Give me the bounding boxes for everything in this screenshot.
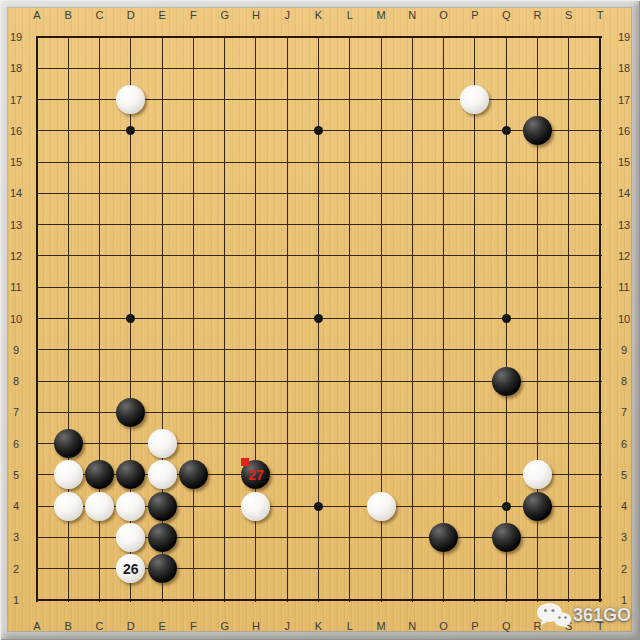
star-point (314, 126, 323, 135)
column-label-top: L (347, 9, 353, 21)
grid-horizontal-line (36, 224, 602, 225)
column-label-bottom: M (376, 620, 385, 632)
row-label-right: 5 (621, 469, 627, 481)
star-point (502, 126, 511, 135)
row-label-right: 9 (621, 344, 627, 356)
row-label-left: 3 (13, 531, 19, 543)
column-label-bottom: B (65, 620, 72, 632)
row-label-right: 2 (621, 563, 627, 575)
column-label-bottom: C (96, 620, 104, 632)
grid-vertical-line (349, 36, 350, 602)
row-label-right: 12 (618, 250, 630, 262)
grid-vertical-line (287, 36, 288, 602)
column-label-top: J (284, 9, 290, 21)
black-stone[interactable] (523, 492, 552, 521)
column-label-top: B (65, 9, 72, 21)
grid-vertical-line (599, 36, 601, 602)
row-label-left: 14 (10, 187, 22, 199)
row-label-left: 1 (13, 594, 19, 606)
row-label-right: 16 (618, 125, 630, 137)
black-stone[interactable] (179, 460, 208, 489)
column-label-top: T (597, 9, 604, 21)
white-stone[interactable] (523, 460, 552, 489)
column-label-top: S (565, 9, 572, 21)
row-label-right: 10 (618, 313, 630, 325)
grid-horizontal-line (36, 349, 602, 350)
black-stone[interactable] (54, 429, 83, 458)
watermark-text: 361GO (573, 605, 631, 626)
row-label-left: 8 (13, 375, 19, 387)
grid-horizontal-line (36, 36, 602, 38)
row-label-right: 11 (618, 281, 629, 293)
column-label-bottom: Q (502, 620, 511, 632)
wechat-icon (536, 602, 572, 629)
row-label-right: 14 (618, 187, 630, 199)
row-label-left: 13 (10, 219, 22, 231)
column-label-top: A (33, 9, 40, 21)
grid-horizontal-line (36, 162, 602, 163)
white-stone[interactable] (460, 85, 489, 114)
row-label-right: 15 (618, 156, 630, 168)
column-label-bottom: H (252, 620, 260, 632)
white-stone[interactable] (54, 460, 83, 489)
white-stone[interactable] (54, 492, 83, 521)
black-stone[interactable] (148, 492, 177, 521)
column-label-top: R (533, 9, 541, 21)
star-point (126, 126, 135, 135)
black-stone[interactable] (116, 398, 145, 427)
black-stone[interactable] (116, 460, 145, 489)
column-label-bottom: G (220, 620, 229, 632)
move-number-label: 26 (123, 562, 139, 576)
row-label-left: 10 (10, 313, 22, 325)
grid-vertical-line (224, 36, 225, 602)
row-label-left: 18 (10, 62, 22, 74)
row-label-left: 15 (10, 156, 22, 168)
row-label-right: 19 (618, 31, 630, 43)
white-stone[interactable] (116, 85, 145, 114)
black-stone[interactable] (492, 367, 521, 396)
row-label-right: 8 (621, 375, 627, 387)
column-label-top: M (376, 9, 385, 21)
row-label-left: 4 (13, 500, 19, 512)
star-point (314, 502, 323, 511)
column-label-top: G (220, 9, 229, 21)
white-stone[interactable] (116, 492, 145, 521)
black-stone[interactable] (429, 523, 458, 552)
column-label-bottom: L (347, 620, 353, 632)
star-point (502, 502, 511, 511)
row-label-right: 7 (621, 406, 627, 418)
column-label-top: F (190, 9, 197, 21)
go-app-screenshot: AABBCCDDEEFFGGHHJJKKLLMMNNOOPPQQRRSSTT19… (0, 0, 640, 640)
white-stone[interactable] (148, 429, 177, 458)
row-label-left: 17 (10, 94, 22, 106)
white-stone[interactable] (367, 492, 396, 521)
grid-vertical-line (412, 36, 413, 602)
column-label-bottom: F (190, 620, 197, 632)
row-label-left: 12 (10, 250, 22, 262)
row-label-left: 6 (13, 438, 19, 450)
row-label-right: 3 (621, 531, 627, 543)
row-label-left: 11 (10, 281, 21, 293)
grid-vertical-line (443, 36, 444, 602)
white-stone[interactable] (116, 523, 145, 552)
row-label-left: 7 (13, 406, 19, 418)
board-layer: AABBCCDDEEFFGGHHJJKKLLMMNNOOPPQQRRSSTT19… (0, 0, 640, 640)
grid-vertical-line (36, 36, 38, 602)
column-label-bottom: P (471, 620, 478, 632)
white-stone[interactable]: 26 (116, 554, 145, 583)
grid-horizontal-line (36, 68, 602, 69)
row-label-right: 13 (618, 219, 630, 231)
row-label-right: 18 (618, 62, 630, 74)
move-number-label: 27 (248, 468, 264, 482)
black-stone[interactable] (85, 460, 114, 489)
white-stone[interactable] (85, 492, 114, 521)
row-label-right: 6 (621, 438, 627, 450)
row-label-left: 19 (10, 31, 22, 43)
row-label-left: 2 (13, 563, 19, 575)
grid-horizontal-line (36, 193, 602, 194)
star-point (126, 314, 135, 323)
white-stone[interactable] (148, 460, 177, 489)
grid-vertical-line (568, 36, 569, 602)
black-stone[interactable] (148, 554, 177, 583)
column-label-bottom: N (408, 620, 416, 632)
column-label-bottom: E (158, 620, 165, 632)
black-stone[interactable] (523, 116, 552, 145)
column-label-top: O (439, 9, 448, 21)
star-point (314, 314, 323, 323)
column-label-top: D (127, 9, 135, 21)
row-label-left: 16 (10, 125, 22, 137)
grid-horizontal-line (36, 287, 602, 288)
watermark: 361GO (536, 602, 631, 629)
column-label-bottom: D (127, 620, 135, 632)
row-label-left: 9 (13, 344, 19, 356)
column-label-top: C (96, 9, 104, 21)
grid-vertical-line (193, 36, 194, 602)
grid-horizontal-line (36, 599, 602, 601)
column-label-top: N (408, 9, 416, 21)
row-label-right: 4 (621, 500, 627, 512)
column-label-top: E (158, 9, 165, 21)
white-stone[interactable] (241, 492, 270, 521)
column-label-top: K (315, 9, 322, 21)
black-stone[interactable] (492, 523, 521, 552)
row-label-left: 5 (13, 469, 19, 481)
grid-vertical-line (474, 36, 475, 602)
column-label-top: Q (502, 9, 511, 21)
column-label-bottom: K (315, 620, 322, 632)
column-label-top: H (252, 9, 260, 21)
row-label-right: 17 (618, 94, 630, 106)
grid-horizontal-line (36, 443, 602, 444)
column-label-top: P (471, 9, 478, 21)
column-label-bottom: O (439, 620, 448, 632)
last-move-marker (241, 458, 249, 466)
column-label-bottom: J (284, 620, 290, 632)
star-point (502, 314, 511, 323)
black-stone[interactable] (148, 523, 177, 552)
grid-horizontal-line (36, 255, 602, 256)
column-label-bottom: A (33, 620, 40, 632)
